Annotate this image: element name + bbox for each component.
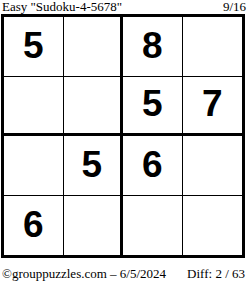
cell-r2c1[interactable] <box>4 77 64 137</box>
cell-r1c4[interactable] <box>183 17 243 77</box>
page-footer: ©grouppuzzles.com – 6/5/2024 Diff: 2 / 6… <box>2 266 245 281</box>
cell-r3c3[interactable]: 6 <box>123 136 183 196</box>
cell-r3c4[interactable] <box>183 136 243 196</box>
cell-r2c2[interactable] <box>64 77 124 137</box>
cell-r4c3[interactable] <box>123 196 183 256</box>
cell-r1c2[interactable] <box>64 17 124 77</box>
cell-r1c3[interactable]: 8 <box>123 17 183 77</box>
cell-r3c2[interactable]: 5 <box>64 136 124 196</box>
cell-r3c1[interactable] <box>4 136 64 196</box>
copyright-text: ©grouppuzzles.com – 6/5/2024 <box>2 266 166 281</box>
sudoku-page: Easy "Sudoku-4-5678" 9/16 5857566 ©group… <box>0 0 247 282</box>
cell-r4c1[interactable]: 6 <box>4 196 64 256</box>
cell-r4c4[interactable] <box>183 196 243 256</box>
cell-r4c2[interactable] <box>64 196 124 256</box>
page-header: Easy "Sudoku-4-5678" 9/16 <box>2 0 246 14</box>
puzzle-title: Easy "Sudoku-4-5678" <box>2 0 122 14</box>
cell-r2c3[interactable]: 5 <box>123 77 183 137</box>
page-number: 9/16 <box>223 0 246 14</box>
cell-r2c4[interactable]: 7 <box>183 77 243 137</box>
cell-r1c1[interactable]: 5 <box>4 17 64 77</box>
difficulty-text: Diff: 2 / 63 <box>187 266 245 281</box>
sudoku-board: 5857566 <box>1 14 245 258</box>
